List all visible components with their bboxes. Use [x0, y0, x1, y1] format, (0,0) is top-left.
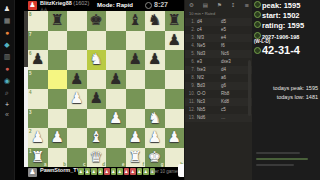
result-tile-9-loss: ♟ [130, 168, 136, 175]
result-tile-10-win: ♟ [137, 168, 143, 175]
move-number: 11. [185, 98, 197, 106]
flag-icon[interactable]: ⚑ [217, 1, 222, 10]
white-bishop-d2[interactable]: ♝ [87, 128, 107, 148]
move-number: 5. [185, 50, 197, 58]
move-number: 7. [185, 66, 197, 74]
move-row[interactable]: 4.Ne5f6 [185, 42, 253, 50]
square-f7[interactable] [126, 31, 146, 51]
black-pawn-g6[interactable]: ♟ [145, 50, 165, 70]
move-row[interactable]: 12.Nb5c5 [185, 106, 253, 114]
move-number: 4. [185, 42, 197, 50]
black-move[interactable]: dxe3 [221, 58, 245, 66]
chat-text-line [256, 152, 300, 154]
square-d3[interactable] [87, 109, 107, 129]
stats-overlay: peak: 1595start: 1502rating: 15952027-19… [252, 0, 320, 180]
recent-results-note: over 10 games [150, 169, 180, 174]
square-d6[interactable]: ♞ [87, 50, 107, 70]
white-move[interactable]: c4 [197, 26, 221, 34]
square-a3[interactable]: 3 [28, 109, 48, 129]
square-b6[interactable] [48, 50, 68, 70]
black-move[interactable]: Rb8 [221, 90, 245, 98]
collapse-icon[interactable]: « [0, 110, 14, 120]
square-h2[interactable]: ♟ [165, 128, 185, 148]
black-knight-g8[interactable]: ♞ [145, 11, 165, 31]
white-rook-a1[interactable]: ♜ [28, 148, 48, 168]
black-move[interactable]: d5 [221, 18, 245, 26]
result-tile-7-win: ♟ [117, 168, 123, 175]
move-number: 10. [185, 90, 197, 98]
black-bishop-f8[interactable]: ♝ [126, 11, 146, 31]
square-f3[interactable] [126, 109, 146, 129]
white-pawn-h2[interactable]: ♟ [165, 128, 185, 148]
square-d7[interactable] [87, 31, 107, 51]
move-row[interactable]: 2.c4e5 [185, 26, 253, 34]
move-number: 2. [185, 26, 197, 34]
black-king-d8[interactable]: ♚ [87, 11, 107, 31]
square-g8[interactable]: ♞ [145, 11, 165, 31]
square-b5[interactable] [48, 70, 68, 90]
square-e1[interactable]: e [106, 148, 126, 168]
move-row[interactable]: 3.Nf3e4 [185, 34, 253, 42]
square-e3[interactable]: ♟ [106, 109, 126, 129]
black-move[interactable]: d4 [221, 66, 245, 74]
white-knight-d6[interactable]: ♞ [87, 50, 107, 70]
square-e2[interactable] [106, 128, 126, 148]
square-a4[interactable]: 4 [28, 89, 48, 109]
square-c8[interactable] [67, 11, 87, 31]
rank-label-7: 7 [29, 32, 32, 37]
watch-icon[interactable]: ● [0, 64, 14, 74]
white-knight-g3[interactable]: ♞ [145, 109, 165, 129]
top-player-rating: (1602) [73, 0, 89, 6]
square-f1[interactable]: f♜ [126, 148, 146, 168]
square-f8[interactable]: ♝ [126, 11, 146, 31]
app-sidebar: ♟▦●◆▥●◉⌕+« [0, 0, 15, 180]
result-tile-8-loss: ♟ [124, 168, 130, 175]
chat-text-line [256, 158, 308, 160]
square-d2[interactable]: ♝ [87, 128, 107, 148]
black-rook-h8[interactable]: ♜ [165, 11, 185, 31]
add-icon[interactable]: + [0, 100, 14, 110]
white-pawn-b2[interactable]: ♟ [48, 128, 68, 148]
square-c7[interactable] [67, 31, 87, 51]
square-a5[interactable]: 5 [28, 70, 48, 90]
white-move[interactable]: O-O [197, 90, 221, 98]
white-move[interactable]: d4 [197, 18, 221, 26]
black-move[interactable]: Kd8 [221, 98, 245, 106]
stat-start: start: 1502 [254, 11, 300, 20]
white-pawn-a2[interactable]: ♟ [28, 128, 48, 148]
square-g3[interactable]: ♞ [145, 109, 165, 129]
green-clock-icon [254, 1, 261, 8]
black-pawn-h7[interactable]: ♟ [165, 31, 185, 51]
square-e4[interactable] [106, 89, 126, 109]
square-a7[interactable]: 7 [28, 31, 48, 51]
top-player-name: BlitzKrieg88 (1602) [40, 0, 89, 6]
move-number: 13. [185, 114, 197, 122]
black-move[interactable]: c5 [221, 106, 245, 114]
white-pawn-e3[interactable]: ♟ [106, 109, 126, 129]
square-f4[interactable] [126, 89, 146, 109]
move-row[interactable]: 7.fxe3d4 [185, 66, 253, 74]
square-f2[interactable]: ♟ [126, 128, 146, 148]
chat-text-line [256, 164, 294, 166]
square-d5[interactable] [87, 70, 107, 90]
square-c6[interactable] [67, 50, 87, 70]
rank-label-4: 4 [29, 90, 32, 95]
square-c5[interactable]: ♟ [67, 70, 87, 90]
move-row[interactable]: 9.Bd3g6 [185, 82, 253, 90]
stat-todays-low: todays low: 1481 [277, 94, 318, 100]
stat-peak: peak: 1595 [254, 1, 300, 10]
green-clock-icon [254, 21, 261, 28]
white-rook-f1[interactable]: ♜ [126, 148, 146, 168]
square-a1[interactable]: 1a♜ [28, 148, 48, 168]
chess-board[interactable]: 8♜♚♝♞♜7♟6♟♞♟♟5♟♟4♟♟3♟♞2♟♟♝♟♟♟1a♜bcd♛ef♜g… [28, 11, 184, 167]
white-move[interactable]: Nc3 [197, 98, 221, 106]
black-move[interactable]: g6 [221, 82, 245, 90]
top-player-clock: 8:27 [145, 1, 168, 9]
result-tile-5-loss: ♟ [104, 168, 110, 175]
square-d4[interactable]: ♟ [87, 89, 107, 109]
square-f5[interactable] [126, 70, 146, 90]
result-tile-6-win: ♟ [111, 168, 117, 175]
settings-gear-icon[interactable]: ⚙ [189, 1, 194, 10]
move-row[interactable]: 8.Nf2a6 [185, 74, 253, 82]
black-pawn-a6[interactable]: ♟ [28, 50, 48, 70]
square-b7[interactable] [48, 31, 68, 51]
square-g5[interactable] [145, 70, 165, 90]
square-c1[interactable]: c [67, 148, 87, 168]
flip-board-icon[interactable]: ↕ [231, 1, 236, 10]
top-player-username: BlitzKrieg88 [40, 0, 72, 6]
game-type-label: 10 min • Rated [189, 11, 215, 16]
bottom-player-avatar[interactable]: ♟ [28, 168, 37, 177]
move-row[interactable]: 1.d4d5 [185, 18, 253, 26]
square-f6[interactable]: ♟ [126, 50, 146, 70]
square-b2[interactable]: ♟ [48, 128, 68, 148]
square-g1[interactable]: g♚ [145, 148, 165, 168]
square-a2[interactable]: 2♟ [28, 128, 48, 148]
white-king-g1[interactable]: ♚ [145, 148, 165, 168]
square-e6[interactable] [106, 50, 126, 70]
stat-todays-peak: todays peak: 1595 [273, 85, 318, 91]
square-h7[interactable]: ♟ [165, 31, 185, 51]
black-move[interactable]: e4 [221, 34, 245, 42]
bottom-player-username: PawnStorm_TV [40, 167, 80, 173]
square-a8[interactable]: 8 [28, 11, 48, 31]
home-icon[interactable]: ▦ [0, 16, 14, 26]
puzzles-icon[interactable]: ◆ [0, 40, 14, 50]
square-b3[interactable] [48, 109, 68, 129]
white-move[interactable]: Ne5 [197, 42, 221, 50]
square-h5[interactable] [165, 70, 185, 90]
moves-panel: ⚙▤⚑↕≡ 10 min • Rated 1.d4d52.c4e53.Nf3e4… [184, 0, 253, 180]
square-e8[interactable] [106, 11, 126, 31]
stat-rating: rating: 1595 [254, 21, 304, 30]
green-clock-icon [254, 32, 261, 39]
white-move[interactable]: Nf3 [197, 34, 221, 42]
black-pawn-e5[interactable]: ♟ [106, 70, 126, 90]
move-row[interactable]: 10.O-ORb8 [185, 90, 253, 98]
play-icon[interactable]: ● [0, 28, 14, 38]
move-row[interactable]: 13.Nd6… [185, 114, 253, 122]
recent-results-strip: ♟♟♟♟♟♟♟♟♟♟♟♟ [78, 168, 155, 175]
square-g6[interactable]: ♟ [145, 50, 165, 70]
black-move[interactable]: Nc6 [221, 50, 245, 58]
result-tile-4-win: ♟ [98, 168, 104, 175]
move-number: 3. [185, 34, 197, 42]
white-pawn-g2[interactable]: ♟ [145, 128, 165, 148]
black-move[interactable]: a6 [221, 74, 245, 82]
square-c4[interactable]: ♟ [67, 89, 87, 109]
stat--w-l-d-: (W-L-D) [254, 39, 270, 44]
white-move[interactable]: Nd6 [197, 114, 221, 122]
rank-label-3: 3 [29, 110, 32, 115]
black-pawn-c5[interactable]: ♟ [67, 70, 87, 90]
move-row[interactable]: 11.Nc3Kd8 [185, 98, 253, 106]
square-h3[interactable] [165, 109, 185, 129]
square-b1[interactable]: b [48, 148, 68, 168]
stat-42-31-4: 42-31-4 [254, 44, 300, 56]
white-move[interactable]: Nf2 [197, 74, 221, 82]
black-move[interactable]: … [221, 114, 245, 122]
search-icon[interactable]: ⌕ [0, 88, 14, 98]
mode-label: Mode: Rapid [97, 2, 133, 8]
green-clock-icon [254, 11, 261, 18]
layout-icon[interactable]: ▤ [203, 1, 208, 10]
black-pawn-d4[interactable]: ♟ [87, 89, 107, 109]
result-tile-11-win: ♟ [143, 168, 149, 175]
square-d8[interactable]: ♚ [87, 11, 107, 31]
panel-toolbar: ⚙▤⚑↕≡ [189, 1, 249, 10]
result-tile-3-win: ♟ [91, 168, 97, 175]
move-number: 12. [185, 106, 197, 114]
move-number: 9. [185, 82, 197, 90]
learn-icon[interactable]: ▥ [0, 52, 14, 62]
stream-frame: ♟▦●◆▥●◉⌕+« ♟ BlitzKrieg88 (1602) ♙ ♙ Mod… [0, 0, 320, 180]
black-pawn-f6[interactable]: ♟ [126, 50, 146, 70]
move-row[interactable]: 6.e3dxe3 [185, 58, 253, 66]
move-list-scrollbar[interactable] [248, 60, 251, 116]
move-number: 8. [185, 74, 197, 82]
move-row[interactable]: 5.Nd3Nc6 [185, 50, 253, 58]
white-pawn-c4[interactable]: ♟ [67, 89, 87, 109]
white-move[interactable]: Nd3 [197, 50, 221, 58]
square-h4[interactable] [165, 89, 185, 109]
white-move[interactable]: e3 [197, 58, 221, 66]
square-c2[interactable] [67, 128, 87, 148]
square-b4[interactable] [48, 89, 68, 109]
result-tile-1-win: ♟ [78, 168, 84, 175]
rank-label-5: 5 [29, 71, 32, 76]
white-pawn-f2[interactable]: ♟ [126, 128, 146, 148]
black-move[interactable]: f6 [221, 42, 245, 50]
move-list[interactable]: 1.d4d52.c4e53.Nf3e44.Ne5f65.Nd3Nc66.e3dx… [185, 18, 253, 122]
white-move[interactable]: Nb5 [197, 106, 221, 114]
move-number: 6. [185, 58, 197, 66]
green-clock-icon [254, 47, 261, 54]
square-g4[interactable] [145, 89, 165, 109]
move-number: 1. [185, 18, 197, 26]
square-g2[interactable]: ♟ [145, 128, 165, 148]
square-e7[interactable] [106, 31, 126, 51]
top-player-avatar[interactable]: ♟ [28, 1, 37, 10]
white-move[interactable]: fxe3 [197, 66, 221, 74]
square-e5[interactable]: ♟ [106, 70, 126, 90]
clock-icon [145, 2, 152, 9]
square-h6[interactable] [165, 50, 185, 70]
white-move[interactable]: Bd3 [197, 82, 221, 90]
rank-label-8: 8 [29, 12, 32, 17]
square-c3[interactable] [67, 109, 87, 129]
square-a6[interactable]: 6♟ [28, 50, 48, 70]
logo-pawn-icon[interactable]: ♟ [0, 4, 14, 14]
square-b8[interactable]: ♜ [48, 11, 68, 31]
square-d1[interactable]: d♛ [87, 148, 107, 168]
result-tile-2-win: ♟ [85, 168, 91, 175]
square-h8[interactable]: ♜ [165, 11, 185, 31]
news-icon[interactable]: ◉ [0, 76, 14, 86]
square-g7[interactable] [145, 31, 165, 51]
menu-icon[interactable]: ≡ [244, 1, 249, 10]
black-move[interactable]: e5 [221, 26, 245, 34]
white-queen-d1[interactable]: ♛ [87, 148, 107, 168]
black-rook-b8[interactable]: ♜ [48, 11, 68, 31]
